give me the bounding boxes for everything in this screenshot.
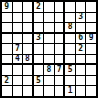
cell-r1c9[interactable]: [86, 2, 96, 12]
cell-r2c8[interactable]: 3: [76, 13, 86, 23]
cell-r3c2[interactable]: [13, 23, 23, 33]
cell-r2c2[interactable]: [13, 13, 23, 23]
cell-r3c5[interactable]: [44, 23, 54, 33]
given-digit: 7: [15, 45, 20, 53]
cell-r6c6[interactable]: [55, 55, 65, 65]
cell-r2c6[interactable]: [55, 13, 65, 23]
given-digit: 3: [36, 34, 41, 42]
cell-r5c6[interactable]: [55, 44, 65, 54]
cell-r7c2[interactable]: [13, 65, 23, 75]
given-digit: 9: [89, 34, 94, 42]
given-digit: 8: [47, 66, 52, 74]
given-digit: 9: [4, 3, 9, 11]
cell-r4c9[interactable]: 9: [86, 34, 96, 44]
cell-r2c7[interactable]: [65, 13, 75, 23]
cell-r4c8[interactable]: 6: [76, 34, 86, 44]
cell-r8c5[interactable]: [44, 76, 54, 86]
cell-r4c7[interactable]: [65, 34, 75, 44]
cell-r4c3[interactable]: [23, 34, 33, 44]
cell-r1c1[interactable]: 9: [2, 2, 12, 12]
cell-r4c2[interactable]: [13, 34, 23, 44]
cell-r8c7[interactable]: [65, 76, 75, 86]
cell-r8c6[interactable]: [55, 76, 65, 86]
cell-r9c3[interactable]: [23, 86, 33, 96]
cell-r5c1[interactable]: [2, 44, 12, 54]
given-digit: 7: [57, 66, 62, 74]
cell-r6c7[interactable]: [65, 55, 75, 65]
given-digit: 5: [36, 77, 41, 85]
given-digit: 2: [4, 77, 9, 85]
given-digit: 6: [78, 34, 83, 42]
cell-r1c3[interactable]: [23, 2, 33, 12]
cell-r6c3[interactable]: 8: [23, 55, 33, 65]
cell-r8c8[interactable]: [76, 76, 86, 86]
cell-r1c2[interactable]: [13, 2, 23, 12]
cell-r6c1[interactable]: [2, 55, 12, 65]
cell-r2c9[interactable]: [86, 13, 96, 23]
cell-r8c2[interactable]: [13, 76, 23, 86]
cell-r1c5[interactable]: [44, 2, 54, 12]
cell-r7c1[interactable]: [2, 65, 12, 75]
given-digit: 8: [68, 23, 73, 31]
cell-r9c8[interactable]: [76, 86, 86, 96]
cell-r6c2[interactable]: 4: [13, 55, 23, 65]
cell-r5c7[interactable]: [65, 44, 75, 54]
cell-r7c4[interactable]: [34, 65, 44, 75]
cell-r3c8[interactable]: [76, 23, 86, 33]
given-digit: 2: [36, 3, 41, 11]
cell-r2c5[interactable]: [44, 13, 54, 23]
cell-r1c6[interactable]: [55, 2, 65, 12]
cell-r6c5[interactable]: [44, 55, 54, 65]
given-digit: 1: [68, 87, 73, 95]
cell-r6c9[interactable]: [86, 55, 96, 65]
cell-r4c4[interactable]: 3: [34, 34, 44, 44]
cell-r8c9[interactable]: [86, 76, 96, 86]
cell-r8c4[interactable]: 5: [34, 76, 44, 86]
given-digit: 8: [25, 55, 30, 63]
given-digit: 4: [15, 55, 20, 63]
cell-r4c5[interactable]: [44, 34, 54, 44]
given-digit: 5: [68, 66, 73, 74]
cell-r6c4[interactable]: [34, 55, 44, 65]
cell-r5c8[interactable]: 2: [76, 44, 86, 54]
cell-r4c6[interactable]: [55, 34, 65, 44]
cell-r6c8[interactable]: [76, 55, 86, 65]
cell-r7c8[interactable]: [76, 65, 86, 75]
given-digit: 3: [78, 13, 83, 21]
cell-r5c4[interactable]: [34, 44, 44, 54]
cell-r2c4[interactable]: [34, 13, 44, 23]
cell-r7c5[interactable]: 8: [44, 65, 54, 75]
cell-r7c7[interactable]: 5: [65, 65, 75, 75]
cell-r9c2[interactable]: [13, 86, 23, 96]
cell-r5c5[interactable]: [44, 44, 54, 54]
cell-r2c3[interactable]: [23, 13, 33, 23]
cell-r9c7[interactable]: 1: [65, 86, 75, 96]
cell-r3c4[interactable]: [34, 23, 44, 33]
cell-r3c7[interactable]: 8: [65, 23, 75, 33]
cell-r4c1[interactable]: [2, 34, 12, 44]
cell-r9c6[interactable]: [55, 86, 65, 96]
given-digit: 2: [78, 45, 83, 53]
cell-r3c1[interactable]: [2, 23, 12, 33]
cell-r7c6[interactable]: 7: [55, 65, 65, 75]
cell-r5c2[interactable]: 7: [13, 44, 23, 54]
cell-r9c4[interactable]: [34, 86, 44, 96]
cell-r9c9[interactable]: [86, 86, 96, 96]
sudoku-board: 92383697248875251: [0, 0, 98, 98]
cell-r1c8[interactable]: [76, 2, 86, 12]
cell-r1c7[interactable]: [65, 2, 75, 12]
cell-r9c5[interactable]: [44, 86, 54, 96]
cell-r9c1[interactable]: [2, 86, 12, 96]
cell-r8c3[interactable]: [23, 76, 33, 86]
cell-r7c3[interactable]: [23, 65, 33, 75]
cell-r2c1[interactable]: [2, 13, 12, 23]
cell-r7c9[interactable]: [86, 65, 96, 75]
cell-r5c3[interactable]: [23, 44, 33, 54]
cell-r3c9[interactable]: [86, 23, 96, 33]
cell-r5c9[interactable]: [86, 44, 96, 54]
cell-r8c1[interactable]: 2: [2, 76, 12, 86]
cell-r3c6[interactable]: [55, 23, 65, 33]
cell-r1c4[interactable]: 2: [34, 2, 44, 12]
cell-r3c3[interactable]: [23, 23, 33, 33]
